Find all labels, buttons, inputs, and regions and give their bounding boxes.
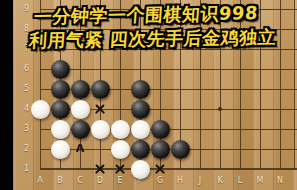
x-mark — [94, 163, 106, 175]
x-mark — [154, 163, 166, 175]
x-mark — [94, 103, 106, 115]
point-label-a: A — [73, 143, 87, 155]
x-mark — [114, 163, 126, 175]
video-title-line1: 一分钟学一个围棋知识998 — [33, 4, 258, 26]
letterbox-bar — [0, 0, 13, 190]
video-frame: ABCDEFGHJKLMN123456789 A 一分钟学一个围棋知识998 利… — [0, 0, 297, 190]
video-title-line2: 利用气紧 四次先手后金鸡独立 — [28, 28, 277, 49]
